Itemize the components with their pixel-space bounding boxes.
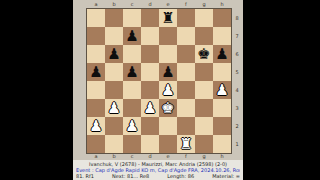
piece-black-pawn: ♟ <box>107 47 120 62</box>
square-f6 <box>177 45 195 63</box>
square-c5: ♟ <box>123 63 141 81</box>
square-f3 <box>177 99 195 117</box>
square-f1: ♜ <box>177 135 195 153</box>
file-label: f <box>177 1 195 8</box>
square-a6 <box>87 45 105 63</box>
square-h1 <box>213 135 231 153</box>
square-d6 <box>141 45 159 63</box>
square-c4 <box>123 81 141 99</box>
square-c2: ♟ <box>123 117 141 135</box>
game-info-panel: Ivanchuk, V (2678) - Maurizzi, Marc Andr… <box>73 160 243 180</box>
file-label: a <box>87 1 105 8</box>
rank-label: 4 <box>232 81 242 99</box>
square-h6: ♟ <box>213 45 231 63</box>
file-labels-bottom: abcdefgh <box>87 153 231 160</box>
file-label: e <box>159 1 177 8</box>
square-c6 <box>123 45 141 63</box>
square-e6 <box>159 45 177 63</box>
square-d4 <box>141 81 159 99</box>
piece-white-pawn: ♟ <box>143 101 156 116</box>
square-c3 <box>123 99 141 117</box>
piece-black-pawn: ♟ <box>215 47 228 62</box>
piece-white-pawn: ♟ <box>215 83 228 98</box>
square-b7 <box>105 27 123 45</box>
file-label: f <box>177 153 195 160</box>
file-label: b <box>105 1 123 8</box>
square-b5 <box>105 63 123 81</box>
square-g4 <box>195 81 213 99</box>
rank-label: 8 <box>232 9 242 27</box>
square-e1 <box>159 135 177 153</box>
rank-label: 7 <box>232 27 242 45</box>
piece-black-pawn: ♟ <box>125 29 138 44</box>
square-f4 <box>177 81 195 99</box>
square-b2 <box>105 117 123 135</box>
game-length-text: Length: 86 <box>167 173 194 179</box>
square-g3 <box>195 99 213 117</box>
file-label: h <box>213 153 231 160</box>
square-a5: ♟ <box>87 63 105 81</box>
square-g6: ♚ <box>195 45 213 63</box>
square-f5 <box>177 63 195 81</box>
piece-white-pawn: ♟ <box>89 119 102 134</box>
piece-black-king: ♚ <box>197 47 210 62</box>
square-g1 <box>195 135 213 153</box>
file-label: c <box>123 153 141 160</box>
square-c1 <box>123 135 141 153</box>
piece-black-pawn: ♟ <box>125 65 138 80</box>
piece-white-pawn: ♟ <box>107 101 120 116</box>
video-frame: abcdefgh ♜♟♟♚♟♟♟♟♟♟♟♟♚♟♟♜ 87654321 abcde… <box>73 0 243 180</box>
square-d7 <box>141 27 159 45</box>
status-line: 81. Rf1 Next: 81... Re8 Length: 86 Mater… <box>76 173 240 179</box>
file-label: c <box>123 1 141 8</box>
square-d2 <box>141 117 159 135</box>
square-g5 <box>195 63 213 81</box>
last-move-text: 81. Rf1 <box>76 173 94 179</box>
square-d3: ♟ <box>141 99 159 117</box>
square-a1 <box>87 135 105 153</box>
square-a2: ♟ <box>87 117 105 135</box>
piece-white-pawn: ♟ <box>161 83 174 98</box>
square-b8 <box>105 9 123 27</box>
piece-black-pawn: ♟ <box>89 65 102 80</box>
file-label: e <box>159 153 177 160</box>
square-h3 <box>213 99 231 117</box>
rank-label: 3 <box>232 99 242 117</box>
piece-black-pawn: ♟ <box>161 65 174 80</box>
square-e2 <box>159 117 177 135</box>
pillarbox-right <box>243 0 320 180</box>
square-e3: ♚ <box>159 99 177 117</box>
square-f7 <box>177 27 195 45</box>
file-label: g <box>195 153 213 160</box>
file-labels-top: abcdefgh <box>87 1 231 8</box>
square-a3 <box>87 99 105 117</box>
square-c8 <box>123 9 141 27</box>
rank-labels-right: 87654321 <box>232 9 242 153</box>
square-h2 <box>213 117 231 135</box>
square-h5 <box>213 63 231 81</box>
pillarbox-left <box>0 0 73 180</box>
file-label: d <box>141 153 159 160</box>
square-g8 <box>195 9 213 27</box>
square-e4: ♟ <box>159 81 177 99</box>
rank-label: 5 <box>232 63 242 81</box>
square-g7 <box>195 27 213 45</box>
file-label: h <box>213 1 231 8</box>
square-a4 <box>87 81 105 99</box>
file-label: d <box>141 1 159 8</box>
square-d5 <box>141 63 159 81</box>
square-f2 <box>177 117 195 135</box>
file-label: b <box>105 153 123 160</box>
square-h4: ♟ <box>213 81 231 99</box>
square-e8: ♜ <box>159 9 177 27</box>
square-b1 <box>105 135 123 153</box>
square-a8 <box>87 9 105 27</box>
square-d8 <box>141 9 159 27</box>
rank-label: 2 <box>232 117 242 135</box>
piece-black-rook: ♜ <box>161 11 174 26</box>
square-e7 <box>159 27 177 45</box>
file-label: g <box>195 1 213 8</box>
rank-label: 6 <box>232 45 242 63</box>
square-c7: ♟ <box>123 27 141 45</box>
square-d1 <box>141 135 159 153</box>
square-f8 <box>177 9 195 27</box>
material-text: Material: = <box>212 173 240 179</box>
square-b3: ♟ <box>105 99 123 117</box>
square-h8 <box>213 9 231 27</box>
piece-white-king: ♚ <box>161 101 174 116</box>
next-move-text: Next: 81... Re8 <box>112 173 149 179</box>
square-b4 <box>105 81 123 99</box>
file-label: a <box>87 153 105 160</box>
square-e5: ♟ <box>159 63 177 81</box>
piece-white-rook: ♜ <box>179 137 192 152</box>
square-a7 <box>87 27 105 45</box>
square-h7 <box>213 27 231 45</box>
chess-board: ♜♟♟♚♟♟♟♟♟♟♟♟♚♟♟♜ <box>87 9 231 153</box>
rank-label: 1 <box>232 135 242 153</box>
square-g2 <box>195 117 213 135</box>
square-b6: ♟ <box>105 45 123 63</box>
piece-white-pawn: ♟ <box>125 119 138 134</box>
